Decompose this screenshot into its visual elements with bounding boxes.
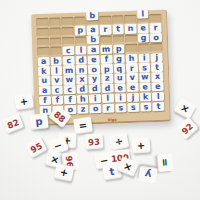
cell-r8c5[interactable]: d [89,85,101,94]
cell-r4c3[interactable]: c [62,46,74,55]
cell-r6c2[interactable]: l [51,66,63,75]
cell-r1c5[interactable]: b [87,16,99,25]
cell-r8c3[interactable]: c [64,85,76,94]
cell-r9c6[interactable]: l [102,94,114,103]
cell-r9c10[interactable]: l [152,92,164,101]
letter-tile-o-r3c10[interactable]: o [150,33,162,43]
letter-tile-m-r4c6[interactable]: m [100,45,112,55]
cell-r9c7[interactable]: i [114,94,126,103]
cell-r7c7[interactable]: u [114,74,126,83]
cell-r5c1[interactable]: a [38,57,50,66]
letter-tile-a-r2c5[interactable]: a [87,25,99,35]
cell-r8c9[interactable]: e [139,83,151,92]
letter-tile-d-r8c6[interactable]: d [102,84,114,94]
letter-tile-b-r3c5[interactable]: b [87,35,99,45]
letter-tile-r-r2c6[interactable]: r [99,25,111,35]
letter-tile-s-r6c9[interactable]: s [139,63,151,73]
viga-logo: Viga [108,117,117,122]
cell-r2c7[interactable]: t [112,25,124,34]
letter-tile-e-r8c10[interactable]: e [152,82,164,92]
cell-r7c6[interactable]: z [101,74,113,83]
letter-board: blpartnerbgoclampabcdefghijklmnopqrstuvw… [31,10,171,127]
letter-tile-z-r7c6[interactable]: z [101,74,113,84]
letter-tile-q-r6c7[interactable]: q [113,64,125,74]
letter-tile-l-r9c10[interactable]: l [152,92,164,102]
cell-r3c2[interactable] [49,37,61,46]
letter-tile-k-r6c1[interactable]: k [38,66,50,76]
cell-r5c5[interactable]: e [88,55,100,64]
cell-r2c5[interactable]: a [87,26,99,35]
letter-tile-a-r8c1[interactable]: a [39,86,51,96]
letter-tile-f-r9c3[interactable]: f [64,95,76,105]
letter-tile-j-r5c10[interactable]: j [151,53,163,63]
cell-r6c5[interactable]: o [88,65,100,74]
cell-r8c4[interactable]: d [76,85,88,94]
cell-r4c7[interactable]: p [113,45,125,54]
letter-tile-d-r8c4[interactable]: d [76,85,88,95]
letter-tile-v-r7c2[interactable]: v [51,76,63,86]
cell-r1c3[interactable] [61,17,73,26]
cell-r3c5[interactable]: b [87,36,99,45]
letter-tile-y-r7c5[interactable]: y [89,74,101,84]
letter-tile-l-r6c2[interactable]: l [51,66,63,76]
letter-tile-r-r6c8[interactable]: r [126,63,138,73]
letter-tile-h-r9c4[interactable]: h [77,94,89,104]
cell-r2c1[interactable] [37,28,49,37]
letter-tile-o-r6c5[interactable]: o [88,65,100,75]
cell-r1c8[interactable] [124,15,136,24]
letter-tile-x-r7c10[interactable]: x [152,72,164,82]
cell-r3c10[interactable]: o [150,33,162,42]
cell-r6c10[interactable]: t [151,63,163,72]
cell-r3c4[interactable] [75,36,87,45]
letter-tile-n-r2c8[interactable]: n [125,24,137,34]
letter-tile-u-r7c1[interactable]: u [38,76,50,86]
letter-tile-l-r9c6[interactable]: l [102,93,114,103]
letter-tile-s-r10c8[interactable]: s [127,102,139,112]
cell-r8c10[interactable]: e [152,82,164,91]
cell-r7c4[interactable]: x [76,75,88,84]
cell-r6c9[interactable]: s [139,63,151,72]
letter-tile-g-r5c7[interactable]: g [113,54,125,64]
cell-r1c1[interactable] [36,18,48,27]
cell-r2c8[interactable]: n [125,25,137,34]
cell-r9c2[interactable]: f [52,96,64,105]
cell-r9c3[interactable]: f [64,95,76,104]
letter-tile-m-r6c3[interactable]: m [63,65,75,75]
cell-r6c3[interactable]: m [63,66,75,75]
cell-r5c6[interactable]: f [101,55,113,64]
cell-r1c6[interactable] [99,16,111,25]
cell-r6c1[interactable]: k [38,67,50,76]
letter-tile-p-r2c4[interactable]: p [74,26,86,36]
letter-tile-d-r8c5[interactable]: d [89,84,101,94]
letter-tile-b-r1c5[interactable]: b [86,11,98,21]
cell-r2c10[interactable]: r [150,24,162,33]
cell-r10c8[interactable]: s [127,103,139,112]
cell-r2c2[interactable] [49,27,61,36]
letter-tile-p-r6c6[interactable]: p [101,64,113,74]
cell-r9c4[interactable]: h [77,95,89,104]
cell-r1c4[interactable] [74,17,86,26]
cell-r9c5[interactable]: i [89,94,101,103]
cell-r9c9[interactable]: k [140,93,152,102]
cell-r5c8[interactable]: h [126,54,138,63]
cell-r10c9[interactable]: s [140,102,152,111]
loose-tile-y-upside-down[interactable]: y [138,166,158,183]
letter-tile-e-r8c8[interactable]: e [127,83,139,93]
letter-tile-b-r5c2[interactable]: b [50,56,62,66]
letter-tile-e-r8c7[interactable]: e [114,83,126,93]
letter-tile-g-r3c9[interactable]: g [138,33,150,43]
letter-tile-v-r7c8[interactable]: v [126,73,138,83]
cell-r7c8[interactable]: v [126,73,138,82]
cell-r8c1[interactable]: a [39,86,51,95]
loose-tile-equals-1[interactable]: = [73,117,93,134]
cell-r5c10[interactable]: j [151,53,163,62]
cell-r10c4[interactable]: z [77,105,89,114]
letter-tile-c-r4c3[interactable]: c [62,46,74,56]
cell-r3c7[interactable] [112,35,124,44]
loose-tile-82[interactable]: 82 [2,113,24,134]
cell-r4c5[interactable]: a [88,45,100,54]
letter-tile-p-r4c7[interactable]: p [113,44,125,54]
cell-r5c2[interactable]: b [50,57,62,66]
cell-r5c7[interactable]: g [113,54,125,63]
letter-tile-c-r8c2[interactable]: c [51,85,63,95]
cell-r3c9[interactable]: g [138,34,150,43]
cell-r5c9[interactable]: i [138,53,150,62]
loose-tile-93[interactable]: 93 [84,133,103,149]
cell-r4c8[interactable] [125,44,137,53]
letter-tile-a-r4c5[interactable]: a [88,45,100,55]
letter-tile-w-r7c3[interactable]: w [63,75,75,85]
letter-tile-c-r5c3[interactable]: c [63,56,75,66]
cell-r6c4[interactable]: n [76,65,88,74]
cell-r4c9[interactable] [138,44,150,53]
loose-tile-92[interactable]: 92 [175,117,198,140]
letter-tile-o-r10c5[interactable]: o [90,104,102,114]
cell-r4c4[interactable]: l [75,46,87,55]
letter-tile-w-r7c9[interactable]: w [139,73,151,83]
letter-tile-l-r1c9[interactable]: l [137,9,149,19]
letter-tile-d-r5c4[interactable]: d [75,55,87,65]
cell-r2c4[interactable]: p [74,26,86,35]
letter-tile-t-r10c10[interactable]: t [153,101,165,111]
loose-tile-divide[interactable]: ÷ [109,132,130,150]
cell-r3c8[interactable] [125,34,137,43]
letter-tile-s-r10c9[interactable]: s [140,102,152,112]
letter-tile-z-r10c4[interactable]: z [77,104,89,114]
loose-tile-plus-1[interactable]: + [14,93,34,110]
product-photo-scene: blpartnerbgoclampabcdefghijklmnopqrstuvw… [0,0,200,200]
letter-tile-i-r9c7[interactable]: i [114,93,126,103]
board-grid: blpartnerbgoclampabcdefghijklmnopqrstuvw… [36,14,164,115]
cell-r10c7[interactable]: s [115,103,127,112]
cell-r1c10[interactable] [149,14,161,23]
loose-tile-p[interactable]: p [29,113,48,130]
cell-r10c5[interactable]: o [90,104,102,113]
loose-tile-95[interactable]: 95 [25,137,48,159]
loose-tile-plus-4[interactable]: + [54,163,75,181]
cell-r4c1[interactable] [37,47,49,56]
letter-tile-c-r8c3[interactable]: c [64,85,76,95]
cell-r2c3[interactable] [62,27,74,36]
cell-r4c6[interactable]: m [100,45,112,54]
cell-r5c3[interactable]: c [63,56,75,65]
cell-r10c10[interactable]: t [153,102,165,111]
cell-r8c2[interactable]: c [51,86,63,95]
cell-r4c10[interactable] [151,43,163,52]
letter-tile-e-r8c9[interactable]: e [139,82,151,92]
cell-r8c8[interactable]: e [127,83,139,92]
cell-r3c6[interactable] [100,35,112,44]
letter-tile-e-r2c9[interactable]: e [137,24,149,34]
cell-r7c1[interactable]: u [38,77,50,86]
cell-r7c9[interactable]: w [139,73,151,82]
cell-r3c1[interactable] [37,37,49,46]
cell-r9c1[interactable]: f [39,96,51,105]
letter-tile-e-r5c5[interactable]: e [88,55,100,65]
letter-tile-s-r10c7[interactable]: s [115,103,127,113]
cell-r6c8[interactable]: r [126,64,138,73]
letter-tile-i-r9c5[interactable]: i [89,94,101,104]
cell-r8c7[interactable]: e [114,84,126,93]
letter-tile-n-r6c4[interactable]: n [76,65,88,75]
letter-tile-f-r9c1[interactable]: f [39,96,51,106]
letter-tile-f-r5c6[interactable]: f [101,54,113,64]
letter-tile-t-r2c7[interactable]: t [112,24,124,34]
cell-r7c5[interactable]: y [89,75,101,84]
cell-r1c2[interactable] [49,17,61,26]
cell-r8c6[interactable]: d [102,84,114,93]
cell-r6c7[interactable]: q [113,64,125,73]
loose-tile-equals-2[interactable]: = [157,153,174,172]
letter-tile-i-r5c9[interactable]: i [138,53,150,63]
cell-r9c8[interactable]: j [127,93,139,102]
letter-tile-r-r10c6[interactable]: r [102,103,114,113]
cell-r7c2[interactable]: v [51,76,63,85]
letter-tile-f-r9c2[interactable]: f [52,95,64,105]
cell-r2c6[interactable]: r [99,25,111,34]
letter-tile-j-r9c8[interactable]: j [127,93,139,103]
cell-r1c7[interactable] [112,15,124,24]
letter-tile-r-r2c10[interactable]: r [150,23,162,33]
loose-tile-times-2[interactable]: × [174,98,197,120]
letter-tile-a-r5c1[interactable]: a [38,56,50,66]
letter-tile-t-r6c10[interactable]: t [151,62,163,72]
letter-tile-x-r7c4[interactable]: x [76,75,88,85]
cell-r7c10[interactable]: x [152,73,164,82]
letter-tile-h-r5c8[interactable]: h [126,53,138,63]
cell-r5c4[interactable]: d [75,56,87,65]
letter-tile-l-r4c4[interactable]: l [75,45,87,55]
cell-r2c9[interactable]: e [137,24,149,33]
loose-tile-plus-3[interactable]: + [131,137,150,153]
cell-r6c6[interactable]: p [101,65,113,74]
letter-tile-u-r7c7[interactable]: u [114,73,126,83]
cell-r7c3[interactable]: w [63,76,75,85]
letter-tile-k-r9c9[interactable]: k [140,92,152,102]
cell-r4c2[interactable] [50,47,62,56]
cell-r3c3[interactable] [62,37,74,46]
cell-r1c9[interactable]: l [137,14,149,23]
cell-r10c6[interactable]: r [102,104,114,113]
